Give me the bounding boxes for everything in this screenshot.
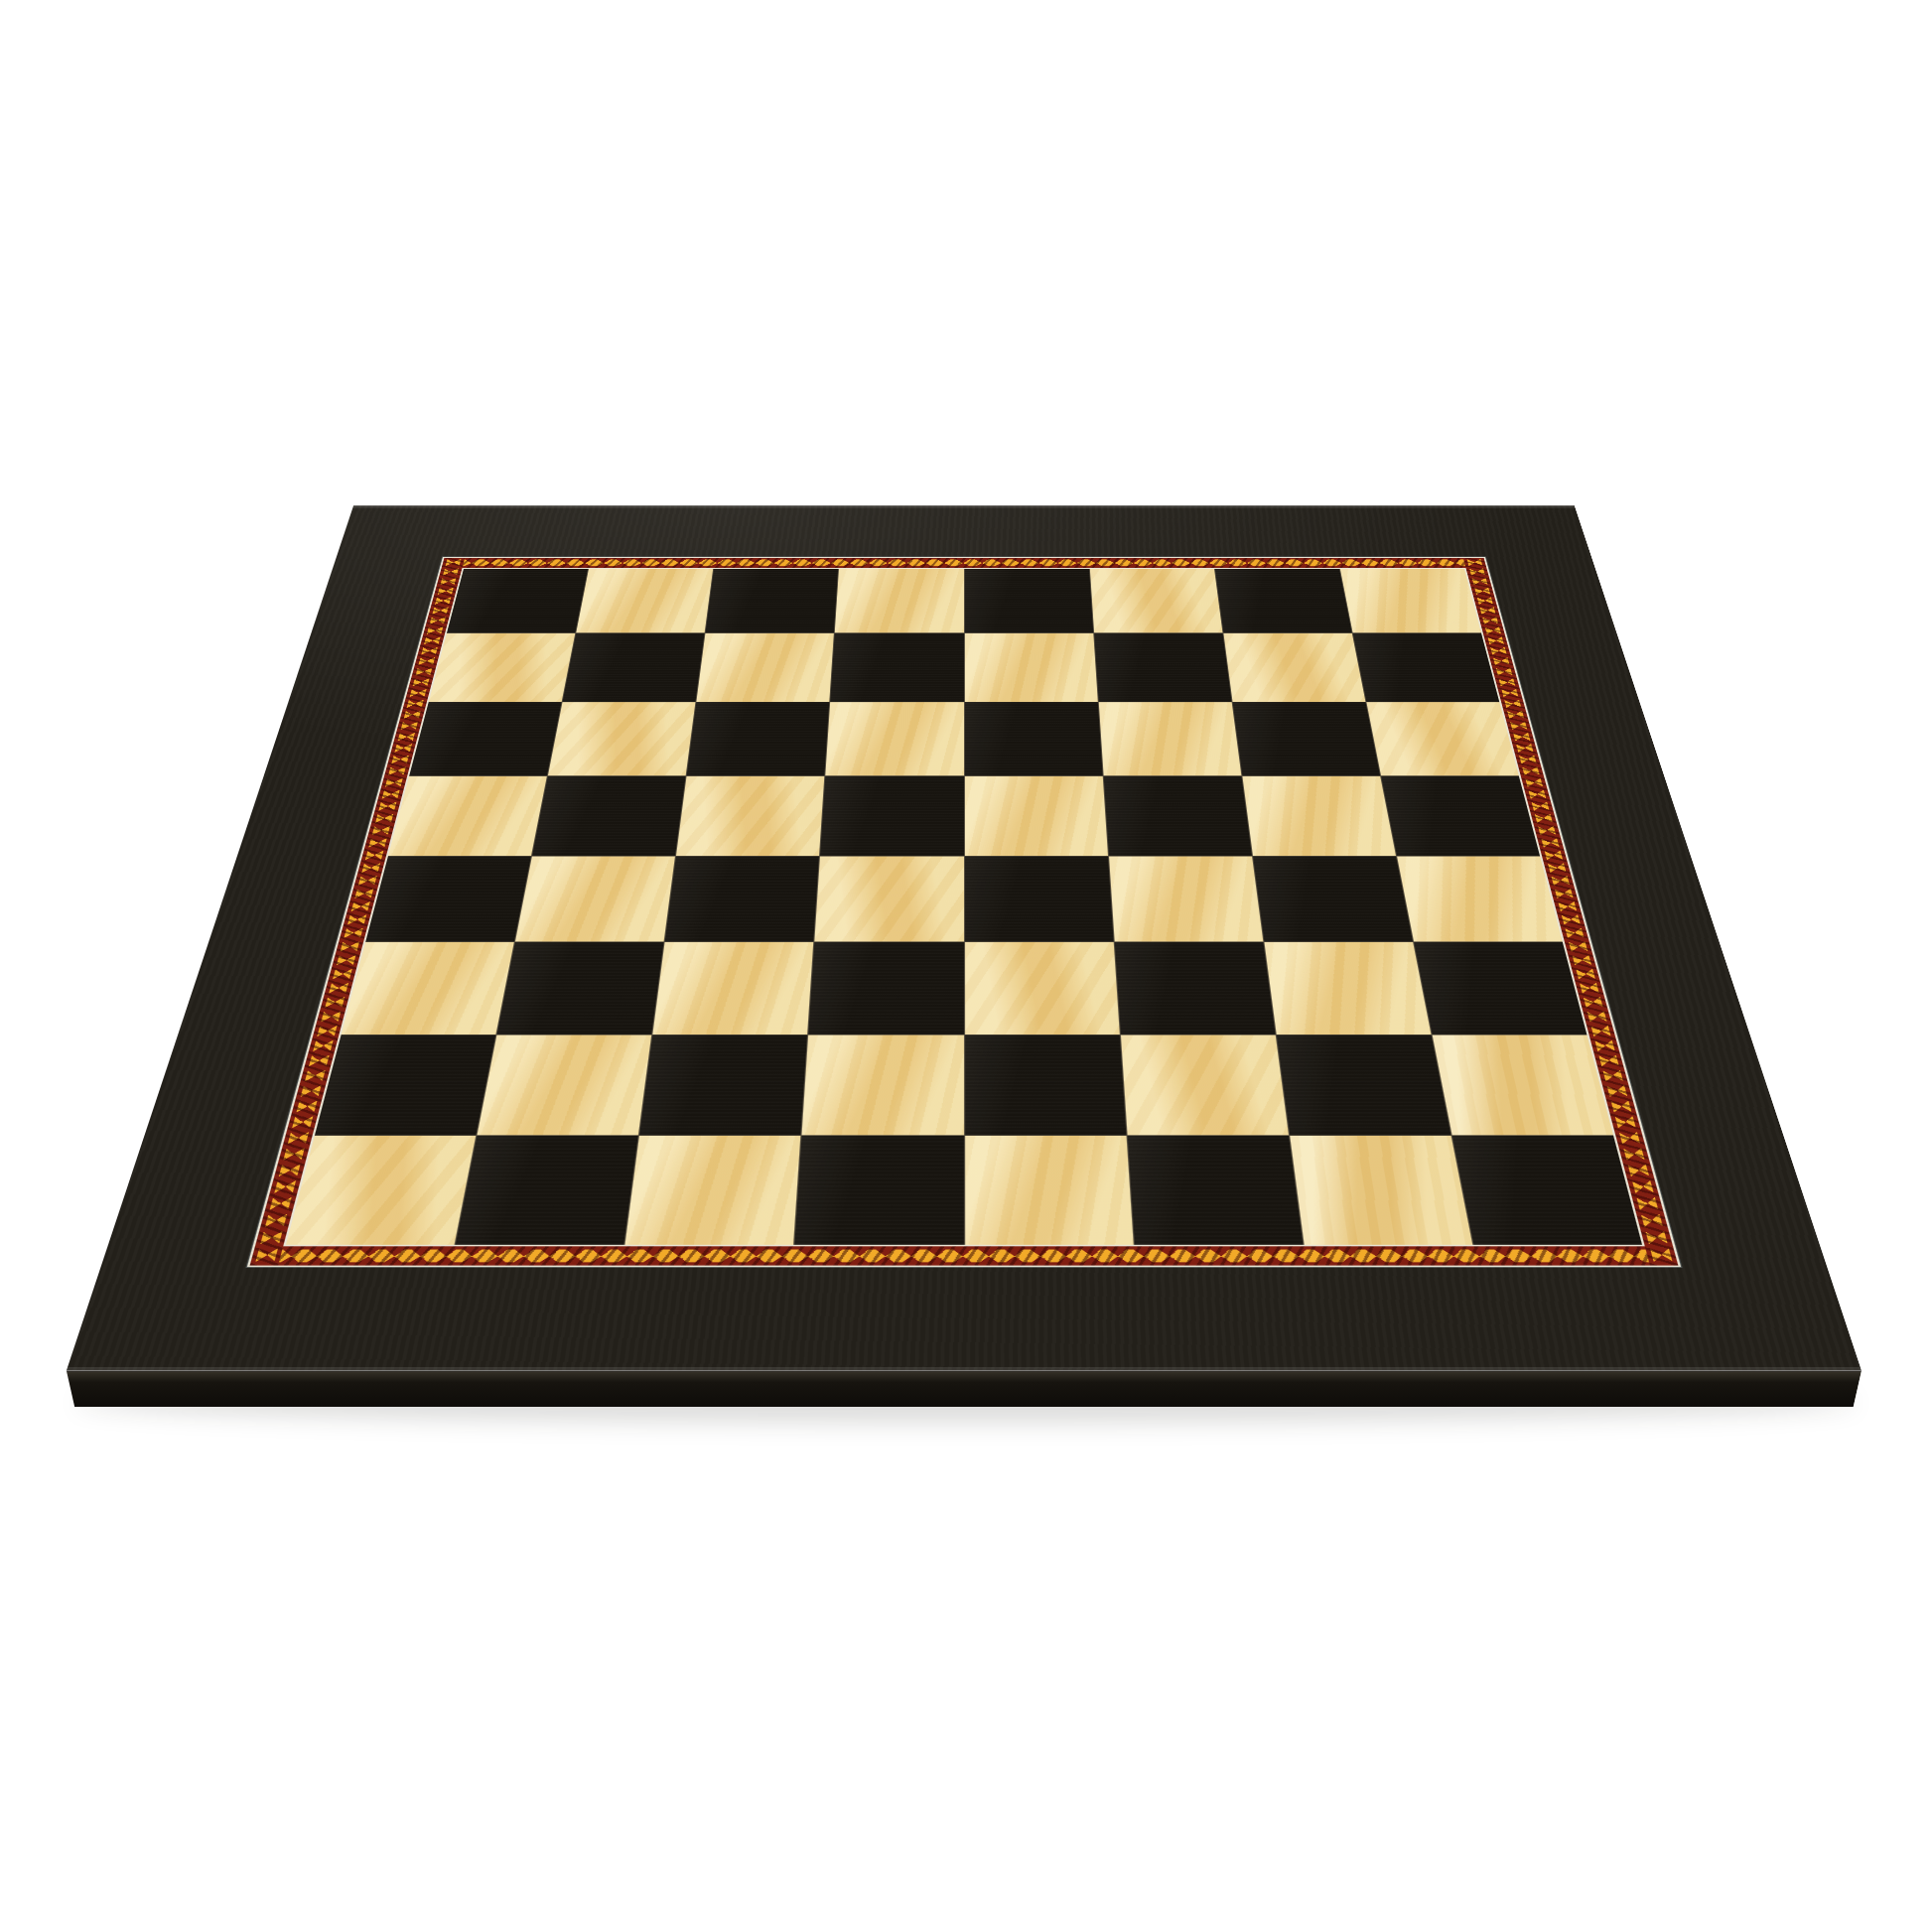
square-r5c8[interactable] (1397, 856, 1563, 941)
square-r8c6[interactable] (1127, 1136, 1303, 1245)
square-r4c3[interactable] (676, 776, 824, 856)
square-r3c5[interactable] (964, 702, 1102, 775)
square-r3c2[interactable] (548, 702, 696, 775)
square-r5c6[interactable] (1109, 856, 1263, 941)
square-r7c1[interactable] (315, 1035, 495, 1135)
square-r2c8[interactable] (1353, 633, 1500, 702)
square-r2c5[interactable] (964, 633, 1097, 702)
square-r4c2[interactable] (532, 776, 686, 856)
square-r2c4[interactable] (831, 633, 964, 702)
square-r5c3[interactable] (665, 856, 819, 941)
square-r3c8[interactable] (1366, 702, 1519, 775)
square-r2c1[interactable] (429, 633, 576, 702)
square-r6c7[interactable] (1264, 942, 1431, 1035)
inlay-strip-left (250, 558, 466, 1266)
square-r2c6[interactable] (1094, 633, 1232, 702)
square-r5c2[interactable] (515, 856, 675, 941)
square-r7c3[interactable] (639, 1035, 807, 1135)
square-r6c5[interactable] (965, 942, 1120, 1035)
square-r7c7[interactable] (1277, 1035, 1451, 1135)
square-r4c4[interactable] (820, 776, 963, 856)
board-frame (67, 505, 1862, 1370)
square-r4c6[interactable] (1103, 776, 1251, 856)
square-r3c1[interactable] (409, 702, 562, 775)
square-r1c4[interactable] (835, 569, 963, 633)
square-r7c6[interactable] (1121, 1035, 1289, 1135)
square-r6c8[interactable] (1414, 942, 1587, 1035)
square-r3c4[interactable] (826, 702, 964, 775)
board-grid (283, 568, 1645, 1246)
square-r4c7[interactable] (1242, 776, 1396, 856)
square-r4c8[interactable] (1381, 776, 1540, 856)
inlay-strip-bottom (250, 1246, 1679, 1265)
square-r1c2[interactable] (576, 569, 713, 633)
square-r5c5[interactable] (965, 856, 1114, 941)
square-r1c8[interactable] (1340, 569, 1481, 633)
chess-board (67, 505, 1862, 1370)
square-r6c4[interactable] (809, 942, 964, 1035)
square-r8c2[interactable] (456, 1136, 638, 1245)
square-r5c7[interactable] (1253, 856, 1413, 941)
square-r4c5[interactable] (964, 776, 1107, 856)
square-r5c1[interactable] (365, 856, 531, 941)
square-r8c4[interactable] (795, 1136, 964, 1245)
inlay-strip-top (442, 558, 1487, 568)
square-r2c7[interactable] (1223, 633, 1365, 702)
square-r7c8[interactable] (1433, 1035, 1613, 1135)
square-r1c6[interactable] (1090, 569, 1223, 633)
square-r5c4[interactable] (815, 856, 964, 941)
square-r8c3[interactable] (625, 1136, 801, 1245)
square-r2c3[interactable] (697, 633, 835, 702)
square-r8c5[interactable] (965, 1136, 1134, 1245)
square-r6c1[interactable] (342, 942, 514, 1035)
square-r1c5[interactable] (964, 569, 1092, 633)
square-r3c7[interactable] (1232, 702, 1380, 775)
square-r7c4[interactable] (802, 1035, 964, 1135)
square-r8c1[interactable] (286, 1136, 476, 1245)
square-r1c7[interactable] (1215, 569, 1352, 633)
square-r3c6[interactable] (1098, 702, 1241, 775)
square-r2c2[interactable] (563, 633, 705, 702)
inlay-strip-right (1463, 558, 1679, 1266)
square-r4c1[interactable] (388, 776, 547, 856)
square-r8c7[interactable] (1290, 1136, 1472, 1245)
square-r7c2[interactable] (478, 1035, 652, 1135)
square-r1c3[interactable] (706, 569, 839, 633)
square-r3c3[interactable] (687, 702, 830, 775)
square-r7c5[interactable] (965, 1035, 1127, 1135)
square-r6c2[interactable] (497, 942, 664, 1035)
square-r1c1[interactable] (447, 569, 588, 633)
board-scene (0, 0, 1932, 1932)
board-front-edge (67, 1371, 1862, 1407)
square-r8c8[interactable] (1452, 1136, 1642, 1245)
square-r6c3[interactable] (653, 942, 814, 1035)
square-r6c6[interactable] (1114, 942, 1275, 1035)
